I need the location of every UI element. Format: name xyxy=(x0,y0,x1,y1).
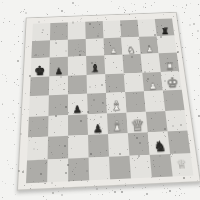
square-c4[interactable]: ♟ xyxy=(68,94,88,115)
square-f3[interactable]: ♛ xyxy=(126,111,147,133)
square-a3[interactable] xyxy=(28,116,48,138)
square-h3[interactable] xyxy=(165,110,187,132)
square-b2[interactable] xyxy=(48,136,69,159)
square-e7[interactable]: ♟ xyxy=(103,37,122,55)
square-c1[interactable] xyxy=(68,157,89,181)
square-f5[interactable] xyxy=(124,72,144,92)
square-d5[interactable] xyxy=(87,74,106,94)
square-a4[interactable] xyxy=(29,95,49,116)
piece-black-knight: ♞ xyxy=(153,140,166,154)
square-b7[interactable] xyxy=(50,39,68,57)
piece-white-queen: ♛ xyxy=(130,118,144,133)
square-g5[interactable]: ♟ xyxy=(142,71,163,91)
square-h7[interactable] xyxy=(157,35,177,53)
square-b5[interactable] xyxy=(49,75,68,95)
square-g8[interactable] xyxy=(137,19,156,36)
square-d2[interactable] xyxy=(88,134,109,157)
piece-white-king: ♚ xyxy=(166,77,178,90)
square-f7[interactable]: ♞ xyxy=(121,36,140,54)
square-e2[interactable] xyxy=(108,133,129,156)
piece-white-bishop: ♝ xyxy=(110,100,122,113)
square-f2[interactable] xyxy=(128,132,150,155)
square-c7[interactable] xyxy=(68,39,86,57)
square-g2[interactable]: ♞ xyxy=(148,131,170,154)
square-h1[interactable]: ♕ xyxy=(170,153,193,177)
square-c3[interactable] xyxy=(68,114,88,136)
piece-black-king: ♚ xyxy=(34,64,46,76)
square-e3[interactable]: ♝ xyxy=(107,112,128,134)
square-f8[interactable] xyxy=(120,20,139,37)
piece-black-pawn: ♟ xyxy=(93,124,103,135)
square-d1[interactable] xyxy=(89,156,111,180)
square-h8[interactable]: ♜ xyxy=(155,18,175,35)
square-b4[interactable] xyxy=(48,95,68,116)
square-c6[interactable] xyxy=(68,56,87,75)
photo-backdrop: ♜♟♞♟♚♟♝♜♟♚♟♝♟♝♛♞♕ xyxy=(0,0,200,200)
square-g7[interactable]: ♟ xyxy=(139,36,159,54)
square-d3[interactable]: ♟ xyxy=(88,113,108,135)
square-e5[interactable] xyxy=(105,73,125,93)
square-d7[interactable] xyxy=(86,38,105,56)
square-e1[interactable] xyxy=(109,155,131,179)
square-e8[interactable] xyxy=(103,20,122,37)
piece-white-rook: ♜ xyxy=(165,61,175,71)
square-d8[interactable] xyxy=(85,21,103,39)
square-c2[interactable] xyxy=(68,135,89,158)
square-h5[interactable]: ♚ xyxy=(161,71,182,91)
square-b8[interactable] xyxy=(50,22,68,40)
square-g3[interactable] xyxy=(146,111,168,133)
square-a1[interactable] xyxy=(26,159,48,183)
square-e4[interactable]: ♝ xyxy=(106,92,126,113)
piece-black-bishop: ♝ xyxy=(90,63,100,74)
square-d4[interactable] xyxy=(87,93,107,114)
square-c8[interactable] xyxy=(68,22,86,40)
square-a5[interactable] xyxy=(30,76,50,96)
square-b6[interactable]: ♟ xyxy=(49,57,68,76)
square-d6[interactable]: ♝ xyxy=(86,55,105,74)
chess-grid: ♜♟♞♟♚♟♝♜♟♚♟♝♟♝♛♞♕ xyxy=(26,18,191,183)
square-h6[interactable]: ♜ xyxy=(159,52,180,71)
square-a8[interactable] xyxy=(32,23,50,41)
square-b1[interactable] xyxy=(47,158,68,182)
square-e6[interactable] xyxy=(104,55,123,74)
square-h2[interactable] xyxy=(168,131,191,154)
square-f6[interactable] xyxy=(122,54,142,73)
square-b3[interactable] xyxy=(48,115,68,137)
square-g6[interactable] xyxy=(141,53,161,72)
square-c5[interactable] xyxy=(68,74,87,94)
piece-black-pawn: ♟ xyxy=(73,104,82,114)
square-g1[interactable] xyxy=(150,153,173,177)
piece-white-knight: ♞ xyxy=(127,45,136,54)
chess-board: ♜♟♞♟♚♟♝♜♟♚♟♝♟♝♛♞♕ xyxy=(17,12,200,191)
square-f4[interactable] xyxy=(125,91,146,112)
square-g4[interactable] xyxy=(144,91,165,112)
square-a2[interactable] xyxy=(27,137,48,160)
piece-white-pawn: ♟ xyxy=(149,82,158,91)
square-h4[interactable] xyxy=(163,90,185,111)
square-a7[interactable] xyxy=(31,40,50,58)
square-a6[interactable]: ♚ xyxy=(31,58,50,77)
square-f1[interactable] xyxy=(129,154,151,178)
piece-white-bishop: ♝ xyxy=(111,120,124,134)
crown-logo-icon: ♕ xyxy=(176,158,188,171)
